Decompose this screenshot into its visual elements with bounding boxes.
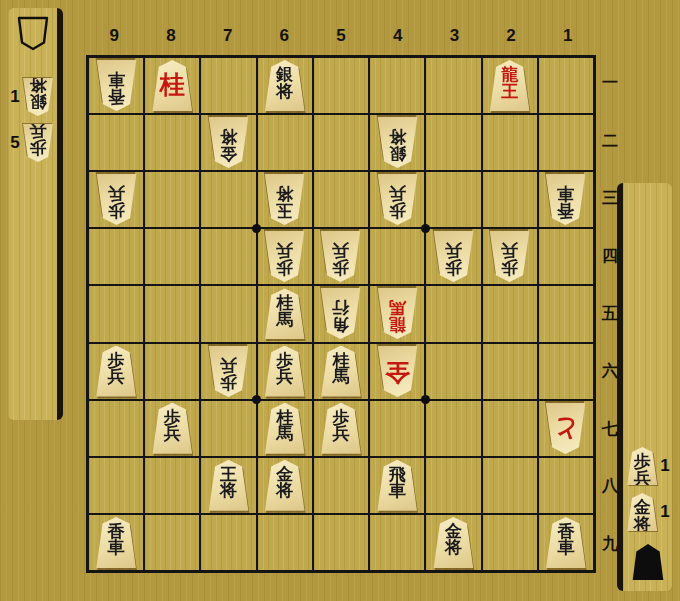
square-6f[interactable]: 歩兵 <box>258 344 312 399</box>
piece-face: 桂馬 <box>318 346 363 397</box>
piece-sente-pawn[interactable]: 歩兵 <box>262 346 307 397</box>
piece-face: 歩兵 <box>625 447 659 485</box>
square-9d[interactable] <box>89 229 143 284</box>
square-8b[interactable] <box>145 115 199 170</box>
square-8f[interactable] <box>145 344 199 399</box>
piece-sente-pawn[interactable]: 歩兵 <box>150 403 195 454</box>
piece-sente-pawn[interactable]: 歩兵 <box>94 346 139 397</box>
square-4d[interactable] <box>370 229 424 284</box>
piece-gote-lance[interactable]: 香車 <box>543 174 588 225</box>
hoshi-dot <box>421 395 430 404</box>
square-6i[interactable] <box>258 515 312 570</box>
piece-face: 香車 <box>543 517 588 568</box>
square-9a[interactable]: 香車 <box>89 58 143 113</box>
square-2e[interactable] <box>483 286 537 341</box>
square-3i[interactable]: 金将 <box>426 515 480 570</box>
square-8h[interactable] <box>145 458 199 513</box>
piece-gote-dragon-horse[interactable]: 龍馬 <box>375 288 420 339</box>
square-6c[interactable]: 玉将 <box>258 172 312 227</box>
piece-face: 歩兵 <box>94 174 139 225</box>
piece-face: 歩兵 <box>431 231 476 282</box>
piece-sente-knight[interactable]: 桂馬 <box>262 288 307 339</box>
piece-face: 桂馬 <box>262 288 307 339</box>
piece-gote-king[interactable]: 玉将 <box>262 174 307 225</box>
piece-sente-knight[interactable]: 桂馬 <box>262 403 307 454</box>
square-7f[interactable]: 歩兵 <box>201 344 255 399</box>
square-1a[interactable] <box>539 58 593 113</box>
square-8i[interactable] <box>145 515 199 570</box>
gote-stand: 1銀将5歩兵 <box>8 8 63 420</box>
square-7i[interactable] <box>201 515 255 570</box>
piece-gote-gold[interactable]: 金将 <box>206 117 251 168</box>
piece-gote-pawn[interactable]: 歩兵 <box>94 174 139 225</box>
captured-gote-pawn[interactable]: 5歩兵 <box>10 124 54 162</box>
square-3c[interactable] <box>426 172 480 227</box>
piece-face: 金将 <box>262 460 307 511</box>
square-2c[interactable] <box>483 172 537 227</box>
piece-sente-pawn[interactable]: 歩兵 <box>625 447 659 485</box>
piece-face: 全 <box>375 346 420 397</box>
piece-gote-tokin[interactable]: と <box>543 403 588 454</box>
piece-face: 角行 <box>318 288 363 339</box>
piece-gote-pawn[interactable]: 歩兵 <box>262 231 307 282</box>
square-9c[interactable]: 歩兵 <box>89 172 143 227</box>
square-1c[interactable]: 香車 <box>539 172 593 227</box>
piece-gote-pawn[interactable]: 歩兵 <box>21 124 55 162</box>
captured-sente-pawn[interactable]: 歩兵1 <box>625 447 669 485</box>
square-5e[interactable]: 角行 <box>314 286 368 341</box>
square-6d[interactable]: 歩兵 <box>258 229 312 284</box>
square-4g[interactable] <box>370 401 424 456</box>
square-7d[interactable] <box>201 229 255 284</box>
piece-face: 歩兵 <box>487 231 532 282</box>
piece-face: と <box>543 403 588 454</box>
piece-face: 玉将 <box>262 174 307 225</box>
file-label-5: 5 <box>313 22 370 50</box>
square-6b[interactable] <box>258 115 312 170</box>
gote-mark-icon <box>17 16 49 52</box>
square-5a[interactable] <box>314 58 368 113</box>
square-8c[interactable] <box>145 172 199 227</box>
square-9i[interactable]: 香車 <box>89 515 143 570</box>
piece-face: 銀将 <box>21 78 55 116</box>
shogi-board: 香車桂銀将龍王金将銀将歩兵玉将歩兵香車歩兵歩兵歩兵歩兵桂馬角行龍馬歩兵歩兵歩兵桂… <box>86 55 596 573</box>
piece-face: 香車 <box>543 174 588 225</box>
square-2b[interactable] <box>483 115 537 170</box>
piece-sente-lance[interactable]: 香車 <box>543 517 588 568</box>
piece-face: 桂馬 <box>262 403 307 454</box>
square-4b[interactable]: 銀将 <box>370 115 424 170</box>
piece-sente-knight[interactable]: 桂馬 <box>318 346 363 397</box>
square-2f[interactable] <box>483 344 537 399</box>
piece-face: 桂 <box>150 60 195 111</box>
piece-face: 金将 <box>625 493 659 531</box>
square-9b[interactable] <box>89 115 143 170</box>
square-7b[interactable]: 金将 <box>201 115 255 170</box>
square-5h[interactable] <box>314 458 368 513</box>
square-5i[interactable] <box>314 515 368 570</box>
square-3h[interactable] <box>426 458 480 513</box>
square-9f[interactable]: 歩兵 <box>89 344 143 399</box>
square-1b[interactable] <box>539 115 593 170</box>
piece-sente-rook[interactable]: 飛車 <box>375 460 420 511</box>
square-5g[interactable]: 歩兵 <box>314 401 368 456</box>
piece-face: 龍馬 <box>375 288 420 339</box>
square-8e[interactable] <box>145 286 199 341</box>
piece-sente-promoted-knight[interactable]: 桂 <box>150 60 195 111</box>
file-labels: 987654321 <box>86 22 596 50</box>
piece-sente-gold[interactable]: 金将 <box>431 517 476 568</box>
piece-face: 銀将 <box>375 117 420 168</box>
piece-gote-silver[interactable]: 銀将 <box>21 78 55 116</box>
piece-face: 歩兵 <box>375 174 420 225</box>
piece-face: 龍王 <box>487 60 532 111</box>
piece-gote-lance[interactable]: 香車 <box>94 60 139 111</box>
piece-gote-promoted-silver[interactable]: 全 <box>375 346 420 397</box>
square-7h[interactable]: 王将 <box>201 458 255 513</box>
piece-sente-gold[interactable]: 金将 <box>625 493 659 531</box>
square-4a[interactable] <box>370 58 424 113</box>
piece-face: 金将 <box>431 517 476 568</box>
square-8a[interactable]: 桂 <box>145 58 199 113</box>
piece-gote-pawn[interactable]: 歩兵 <box>487 231 532 282</box>
piece-gote-pawn[interactable]: 歩兵 <box>375 174 420 225</box>
piece-face: 王将 <box>206 460 251 511</box>
piece-face: 金将 <box>206 117 251 168</box>
square-9g[interactable] <box>89 401 143 456</box>
square-9e[interactable] <box>89 286 143 341</box>
piece-gote-pawn[interactable]: 歩兵 <box>206 346 251 397</box>
hoshi-dot <box>252 224 261 233</box>
square-3d[interactable]: 歩兵 <box>426 229 480 284</box>
square-7e[interactable] <box>201 286 255 341</box>
square-5f[interactable]: 桂馬 <box>314 344 368 399</box>
square-2a[interactable]: 龍王 <box>483 58 537 113</box>
square-2d[interactable]: 歩兵 <box>483 229 537 284</box>
square-1e[interactable] <box>539 286 593 341</box>
piece-face: 香車 <box>94 60 139 111</box>
square-7g[interactable] <box>201 401 255 456</box>
square-4f[interactable]: 全 <box>370 344 424 399</box>
square-8d[interactable] <box>145 229 199 284</box>
piece-face: 銀将 <box>262 60 307 111</box>
square-6a[interactable]: 銀将 <box>258 58 312 113</box>
square-1d[interactable] <box>539 229 593 284</box>
square-4c[interactable]: 歩兵 <box>370 172 424 227</box>
piece-face: 歩兵 <box>21 124 55 162</box>
rank-label-1: 一 <box>597 55 623 113</box>
square-5c[interactable] <box>314 172 368 227</box>
piece-face: 歩兵 <box>262 231 307 282</box>
captured-sente-gold[interactable]: 金将1 <box>625 493 669 531</box>
piece-gote-pawn[interactable]: 歩兵 <box>318 231 363 282</box>
captured-gote-silver[interactable]: 1銀将 <box>10 78 54 116</box>
square-3e[interactable] <box>426 286 480 341</box>
square-4h[interactable]: 飛車 <box>370 458 424 513</box>
square-6g[interactable]: 桂馬 <box>258 401 312 456</box>
square-2h[interactable] <box>483 458 537 513</box>
file-label-2: 2 <box>483 22 540 50</box>
file-label-3: 3 <box>426 22 483 50</box>
square-4i[interactable] <box>370 515 424 570</box>
piece-face: 歩兵 <box>94 346 139 397</box>
piece-face: 歩兵 <box>150 403 195 454</box>
square-5d[interactable]: 歩兵 <box>314 229 368 284</box>
file-label-6: 6 <box>256 22 313 50</box>
captured-count: 5 <box>10 133 19 153</box>
square-1f[interactable] <box>539 344 593 399</box>
piece-face: 歩兵 <box>318 403 363 454</box>
square-3a[interactable] <box>426 58 480 113</box>
hoshi-dot <box>252 395 261 404</box>
square-7a[interactable] <box>201 58 255 113</box>
square-6h[interactable]: 金将 <box>258 458 312 513</box>
piece-sente-silver[interactable]: 銀将 <box>262 60 307 111</box>
piece-face: 歩兵 <box>262 346 307 397</box>
piece-sente-gold[interactable]: 金将 <box>262 460 307 511</box>
hoshi-dot <box>421 224 430 233</box>
piece-face: 歩兵 <box>318 231 363 282</box>
shogi-app: 1銀将5歩兵 987654321 香車桂銀将龍王金将銀将歩兵玉将歩兵香車歩兵歩兵… <box>0 0 680 601</box>
sente-mark-icon <box>631 543 665 581</box>
captured-count: 1 <box>660 502 669 522</box>
square-2g[interactable] <box>483 401 537 456</box>
square-5b[interactable] <box>314 115 368 170</box>
square-1g[interactable]: と <box>539 401 593 456</box>
square-1i[interactable]: 香車 <box>539 515 593 570</box>
file-label-8: 8 <box>143 22 200 50</box>
piece-sente-lance[interactable]: 香車 <box>94 517 139 568</box>
square-1h[interactable] <box>539 458 593 513</box>
piece-sente-pawn[interactable]: 歩兵 <box>318 403 363 454</box>
square-4e[interactable]: 龍馬 <box>370 286 424 341</box>
square-2i[interactable] <box>483 515 537 570</box>
square-3b[interactable] <box>426 115 480 170</box>
piece-face: 歩兵 <box>206 346 251 397</box>
piece-sente-dragon-king[interactable]: 龍王 <box>487 60 532 111</box>
file-label-1: 1 <box>539 22 596 50</box>
square-9h[interactable] <box>89 458 143 513</box>
square-6e[interactable]: 桂馬 <box>258 286 312 341</box>
square-8g[interactable]: 歩兵 <box>145 401 199 456</box>
square-3g[interactable] <box>426 401 480 456</box>
piece-gote-pawn[interactable]: 歩兵 <box>431 231 476 282</box>
file-label-7: 7 <box>199 22 256 50</box>
sente-stand: 歩兵1金将1 <box>617 183 672 591</box>
piece-sente-king[interactable]: 王将 <box>206 460 251 511</box>
file-label-4: 4 <box>369 22 426 50</box>
piece-face: 香車 <box>94 517 139 568</box>
rank-label-2: 二 <box>597 113 623 171</box>
square-7c[interactable] <box>201 172 255 227</box>
file-label-9: 9 <box>86 22 143 50</box>
piece-face: 飛車 <box>375 460 420 511</box>
piece-gote-silver[interactable]: 銀将 <box>375 117 420 168</box>
piece-gote-bishop[interactable]: 角行 <box>318 288 363 339</box>
captured-count: 1 <box>10 87 19 107</box>
square-3f[interactable] <box>426 344 480 399</box>
captured-count: 1 <box>660 456 669 476</box>
